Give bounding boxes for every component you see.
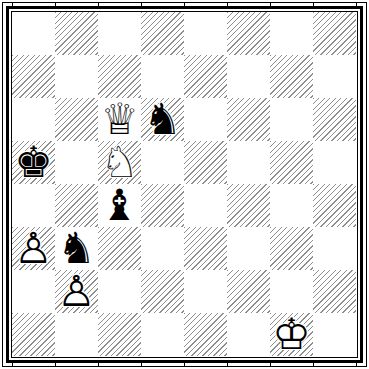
square-e7[interactable] — [184, 55, 227, 98]
square-h8[interactable] — [313, 12, 356, 55]
square-f2[interactable] — [227, 270, 270, 313]
black-knight-glyph: ♞ — [141, 98, 184, 141]
white-knight-glyph: ♘ — [98, 141, 141, 184]
square-g7[interactable] — [270, 55, 313, 98]
square-c7[interactable] — [98, 55, 141, 98]
square-d3[interactable] — [141, 227, 184, 270]
square-g8[interactable] — [270, 12, 313, 55]
square-f6[interactable] — [227, 98, 270, 141]
black-king: ♚♚ — [12, 141, 55, 184]
square-b8[interactable] — [55, 12, 98, 55]
square-g4[interactable] — [270, 184, 313, 227]
square-d4[interactable] — [141, 184, 184, 227]
frame-tick-bottom-8 — [356, 363, 357, 366]
white-pawn-glyph: ♙ — [55, 270, 98, 313]
frame-tick-bottom-4 — [184, 363, 185, 366]
square-h4[interactable] — [313, 184, 356, 227]
square-d6[interactable]: ♞♞ — [141, 98, 184, 141]
frame-tick-top-4 — [184, 3, 185, 6]
square-c3[interactable] — [98, 227, 141, 270]
square-b5[interactable] — [55, 141, 98, 184]
square-f5[interactable] — [227, 141, 270, 184]
black-king-glyph: ♚ — [12, 141, 55, 184]
square-b1[interactable] — [55, 313, 98, 356]
frame-tick-bottom-1 — [55, 363, 56, 366]
square-g1[interactable]: ♚♔ — [270, 313, 313, 356]
frame-tick-bottom-6 — [270, 363, 271, 366]
square-a6[interactable] — [12, 98, 55, 141]
square-c4[interactable]: ♝♝ — [98, 184, 141, 227]
frame-tick-top-0 — [12, 3, 13, 6]
frame-tick-bottom-3 — [141, 363, 142, 366]
square-h1[interactable] — [313, 313, 356, 356]
square-a3[interactable]: ♟♙ — [12, 227, 55, 270]
black-bishop: ♝♝ — [98, 184, 141, 227]
square-a5[interactable]: ♚♚ — [12, 141, 55, 184]
frame-tick-bottom-0 — [12, 363, 13, 366]
frame-tick-top-6 — [270, 3, 271, 6]
white-pawn: ♟♙ — [12, 227, 55, 270]
square-c1[interactable] — [98, 313, 141, 356]
frame-tick-top-7 — [313, 3, 314, 6]
frame-tick-top-1 — [55, 3, 56, 6]
square-e8[interactable] — [184, 12, 227, 55]
square-f1[interactable] — [227, 313, 270, 356]
square-g3[interactable] — [270, 227, 313, 270]
square-d1[interactable] — [141, 313, 184, 356]
black-knight-glyph: ♞ — [55, 227, 98, 270]
white-king-glyph: ♔ — [270, 313, 313, 356]
square-h3[interactable] — [313, 227, 356, 270]
square-h5[interactable] — [313, 141, 356, 184]
square-e4[interactable] — [184, 184, 227, 227]
square-g6[interactable] — [270, 98, 313, 141]
square-f4[interactable] — [227, 184, 270, 227]
frame-tick-top-3 — [141, 3, 142, 6]
chess-diagram: ♛♕♞♞♚♚♞♘♝♝♟♙♞♞♟♙♚♔ — [0, 0, 369, 369]
square-e3[interactable] — [184, 227, 227, 270]
square-d5[interactable] — [141, 141, 184, 184]
white-king: ♚♔ — [270, 313, 313, 356]
square-f3[interactable] — [227, 227, 270, 270]
white-queen: ♛♕ — [98, 98, 141, 141]
square-f7[interactable] — [227, 55, 270, 98]
black-knight: ♞♞ — [141, 98, 184, 141]
white-queen-glyph: ♕ — [98, 98, 141, 141]
square-d7[interactable] — [141, 55, 184, 98]
square-e2[interactable] — [184, 270, 227, 313]
black-bishop-glyph: ♝ — [98, 184, 141, 227]
square-d2[interactable] — [141, 270, 184, 313]
square-e1[interactable] — [184, 313, 227, 356]
frame-tick-bottom-5 — [227, 363, 228, 366]
square-e5[interactable] — [184, 141, 227, 184]
square-e6[interactable] — [184, 98, 227, 141]
white-pawn-glyph: ♙ — [12, 227, 55, 270]
square-f8[interactable] — [227, 12, 270, 55]
square-d8[interactable] — [141, 12, 184, 55]
square-b2[interactable]: ♟♙ — [55, 270, 98, 313]
square-h6[interactable] — [313, 98, 356, 141]
square-g5[interactable] — [270, 141, 313, 184]
frame-tick-bottom-2 — [98, 363, 99, 366]
frame-tick-top-5 — [227, 3, 228, 6]
square-b6[interactable] — [55, 98, 98, 141]
square-a2[interactable] — [12, 270, 55, 313]
square-a4[interactable] — [12, 184, 55, 227]
square-h7[interactable] — [313, 55, 356, 98]
square-b7[interactable] — [55, 55, 98, 98]
white-knight: ♞♘ — [98, 141, 141, 184]
square-a8[interactable] — [12, 12, 55, 55]
square-c5[interactable]: ♞♘ — [98, 141, 141, 184]
square-c6[interactable]: ♛♕ — [98, 98, 141, 141]
square-b3[interactable]: ♞♞ — [55, 227, 98, 270]
black-knight: ♞♞ — [55, 227, 98, 270]
frame-tick-bottom-7 — [313, 363, 314, 366]
frame-tick-top-2 — [98, 3, 99, 6]
square-c8[interactable] — [98, 12, 141, 55]
white-pawn: ♟♙ — [55, 270, 98, 313]
frame-tick-top-8 — [356, 3, 357, 6]
square-g2[interactable] — [270, 270, 313, 313]
square-a7[interactable] — [12, 55, 55, 98]
chess-board: ♛♕♞♞♚♚♞♘♝♝♟♙♞♞♟♙♚♔ — [12, 12, 356, 356]
square-c2[interactable] — [98, 270, 141, 313]
square-b4[interactable] — [55, 184, 98, 227]
square-h2[interactable] — [313, 270, 356, 313]
square-a1[interactable] — [12, 313, 55, 356]
